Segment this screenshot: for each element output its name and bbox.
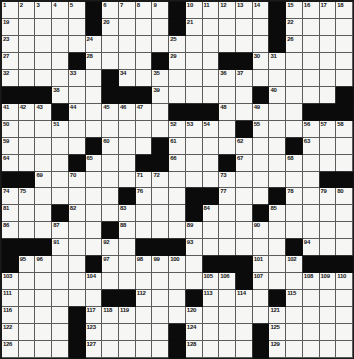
- cell[interactable]: [119, 36, 136, 53]
- cell[interactable]: [169, 290, 186, 307]
- cell[interactable]: [19, 138, 36, 155]
- cell[interactable]: [186, 172, 203, 189]
- cell[interactable]: 22: [286, 19, 303, 36]
- cell[interactable]: [86, 87, 103, 104]
- cell[interactable]: [136, 138, 153, 155]
- cell[interactable]: 25: [169, 36, 186, 53]
- cell[interactable]: [219, 19, 236, 36]
- cell[interactable]: [320, 239, 337, 256]
- cell[interactable]: [269, 104, 286, 121]
- cell[interactable]: 49: [253, 104, 270, 121]
- cell[interactable]: [286, 341, 303, 358]
- cell[interactable]: [35, 324, 52, 341]
- cell[interactable]: 77: [219, 188, 236, 205]
- cell[interactable]: [303, 307, 320, 324]
- cell[interactable]: 29: [169, 53, 186, 70]
- cell[interactable]: [320, 36, 337, 53]
- cell[interactable]: [186, 256, 203, 273]
- cell[interactable]: 129: [269, 341, 286, 358]
- cell[interactable]: [152, 341, 169, 358]
- cell[interactable]: 92: [102, 239, 119, 256]
- cell[interactable]: [19, 155, 36, 172]
- cell[interactable]: [303, 53, 320, 70]
- cell[interactable]: [35, 290, 52, 307]
- cell[interactable]: 85: [269, 205, 286, 222]
- cell[interactable]: 123: [86, 324, 103, 341]
- cell[interactable]: [203, 87, 220, 104]
- cell[interactable]: [320, 222, 337, 239]
- cell[interactable]: 91: [52, 239, 69, 256]
- cell[interactable]: 89: [186, 222, 203, 239]
- cell[interactable]: 112: [136, 290, 153, 307]
- cell[interactable]: 117: [86, 307, 103, 324]
- cell[interactable]: 107: [253, 273, 270, 290]
- cell[interactable]: 41: [2, 104, 19, 121]
- cell[interactable]: 58: [336, 121, 353, 138]
- cell[interactable]: [286, 205, 303, 222]
- cell[interactable]: [119, 138, 136, 155]
- cell[interactable]: [336, 324, 353, 341]
- cell[interactable]: [336, 138, 353, 155]
- cell[interactable]: [102, 53, 119, 70]
- cell[interactable]: 14: [253, 2, 270, 19]
- cell[interactable]: [52, 172, 69, 189]
- cell[interactable]: [203, 70, 220, 87]
- cell[interactable]: 57: [320, 121, 337, 138]
- cell[interactable]: 66: [169, 155, 186, 172]
- cell[interactable]: [119, 53, 136, 70]
- cell[interactable]: 40: [269, 87, 286, 104]
- cell[interactable]: 8: [136, 2, 153, 19]
- cell[interactable]: [219, 290, 236, 307]
- cell[interactable]: [52, 19, 69, 36]
- cell[interactable]: [203, 307, 220, 324]
- cell[interactable]: [320, 138, 337, 155]
- cell[interactable]: 35: [152, 70, 169, 87]
- cell[interactable]: [286, 87, 303, 104]
- cell[interactable]: 96: [35, 256, 52, 273]
- cell[interactable]: 52: [169, 121, 186, 138]
- cell[interactable]: [203, 155, 220, 172]
- cell[interactable]: 30: [253, 53, 270, 70]
- cell[interactable]: 18: [336, 2, 353, 19]
- cell[interactable]: 46: [119, 104, 136, 121]
- cell[interactable]: [186, 138, 203, 155]
- cell[interactable]: 105: [203, 273, 220, 290]
- cell[interactable]: 31: [269, 53, 286, 70]
- cell[interactable]: [102, 324, 119, 341]
- cell[interactable]: [19, 19, 36, 36]
- cell[interactable]: 65: [86, 155, 103, 172]
- cell[interactable]: 47: [136, 104, 153, 121]
- cell[interactable]: 90: [253, 222, 270, 239]
- cell[interactable]: [136, 324, 153, 341]
- cell[interactable]: [136, 70, 153, 87]
- cell[interactable]: [35, 273, 52, 290]
- cell[interactable]: [303, 222, 320, 239]
- cell[interactable]: 64: [2, 155, 19, 172]
- cell[interactable]: [152, 290, 169, 307]
- cell[interactable]: 127: [86, 341, 103, 358]
- cell[interactable]: [35, 70, 52, 87]
- cell[interactable]: 87: [52, 222, 69, 239]
- cell[interactable]: 126: [2, 341, 19, 358]
- cell[interactable]: 26: [286, 36, 303, 53]
- cell[interactable]: [203, 222, 220, 239]
- cell[interactable]: [286, 324, 303, 341]
- cell[interactable]: [136, 205, 153, 222]
- cell[interactable]: [186, 36, 203, 53]
- cell[interactable]: [219, 138, 236, 155]
- cell[interactable]: [19, 121, 36, 138]
- cell[interactable]: [269, 239, 286, 256]
- cell[interactable]: [69, 290, 86, 307]
- cell[interactable]: [152, 273, 169, 290]
- cell[interactable]: [253, 70, 270, 87]
- cell[interactable]: [52, 256, 69, 273]
- cell[interactable]: 1: [2, 2, 19, 19]
- cell[interactable]: [269, 155, 286, 172]
- cell[interactable]: [219, 121, 236, 138]
- cell[interactable]: [286, 53, 303, 70]
- cell[interactable]: 99: [152, 256, 169, 273]
- cell[interactable]: 28: [86, 53, 103, 70]
- cell[interactable]: [35, 307, 52, 324]
- cell[interactable]: [52, 290, 69, 307]
- cell[interactable]: 38: [52, 87, 69, 104]
- cell[interactable]: [236, 19, 253, 36]
- cell[interactable]: [253, 36, 270, 53]
- cell[interactable]: [86, 188, 103, 205]
- cell[interactable]: [35, 36, 52, 53]
- cell[interactable]: [52, 341, 69, 358]
- cell[interactable]: [269, 138, 286, 155]
- cell[interactable]: [19, 324, 36, 341]
- cell[interactable]: 54: [203, 121, 220, 138]
- cell[interactable]: 100: [169, 256, 186, 273]
- cell[interactable]: [303, 36, 320, 53]
- cell[interactable]: [69, 222, 86, 239]
- cell[interactable]: [336, 155, 353, 172]
- cell[interactable]: 76: [136, 188, 153, 205]
- cell[interactable]: [303, 205, 320, 222]
- cell[interactable]: 111: [2, 290, 19, 307]
- cell[interactable]: 98: [136, 256, 153, 273]
- cell[interactable]: 39: [152, 87, 169, 104]
- cell[interactable]: [203, 36, 220, 53]
- cell[interactable]: [169, 188, 186, 205]
- cell[interactable]: [69, 188, 86, 205]
- cell[interactable]: [19, 222, 36, 239]
- cell[interactable]: [102, 205, 119, 222]
- cell[interactable]: [69, 121, 86, 138]
- cell[interactable]: [303, 70, 320, 87]
- cell[interactable]: 42: [19, 104, 36, 121]
- cell[interactable]: 116: [2, 307, 19, 324]
- cell[interactable]: [320, 155, 337, 172]
- cell[interactable]: [320, 205, 337, 222]
- cell[interactable]: [286, 121, 303, 138]
- cell[interactable]: 68: [286, 155, 303, 172]
- cell[interactable]: 67: [236, 155, 253, 172]
- cell[interactable]: 119: [119, 307, 136, 324]
- cell[interactable]: [286, 273, 303, 290]
- cell[interactable]: 93: [186, 239, 203, 256]
- cell[interactable]: 27: [2, 53, 19, 70]
- cell[interactable]: 109: [320, 273, 337, 290]
- cell[interactable]: [286, 70, 303, 87]
- cell[interactable]: [69, 138, 86, 155]
- cell[interactable]: [186, 273, 203, 290]
- cell[interactable]: [320, 307, 337, 324]
- cell[interactable]: 33: [69, 70, 86, 87]
- cell[interactable]: [303, 87, 320, 104]
- cell[interactable]: [336, 307, 353, 324]
- cell[interactable]: [253, 307, 270, 324]
- cell[interactable]: [102, 36, 119, 53]
- cell[interactable]: 53: [186, 121, 203, 138]
- cell[interactable]: [52, 273, 69, 290]
- cell[interactable]: 81: [2, 205, 19, 222]
- cell[interactable]: 95: [19, 256, 36, 273]
- cell[interactable]: 19: [2, 19, 19, 36]
- cell[interactable]: [203, 172, 220, 189]
- cell[interactable]: [253, 19, 270, 36]
- cell[interactable]: 106: [219, 273, 236, 290]
- cell[interactable]: 124: [186, 324, 203, 341]
- cell[interactable]: [52, 138, 69, 155]
- cell[interactable]: [86, 205, 103, 222]
- cell[interactable]: 125: [269, 324, 286, 341]
- cell[interactable]: [336, 341, 353, 358]
- cell[interactable]: [152, 307, 169, 324]
- cell[interactable]: [186, 155, 203, 172]
- cell[interactable]: 78: [286, 188, 303, 205]
- cell[interactable]: [86, 104, 103, 121]
- cell[interactable]: [203, 239, 220, 256]
- cell[interactable]: 56: [303, 121, 320, 138]
- cell[interactable]: [219, 239, 236, 256]
- cell[interactable]: 2: [19, 2, 36, 19]
- cell[interactable]: [119, 239, 136, 256]
- cell[interactable]: [119, 172, 136, 189]
- cell[interactable]: [186, 53, 203, 70]
- cell[interactable]: [236, 188, 253, 205]
- cell[interactable]: 94: [303, 239, 320, 256]
- cell[interactable]: 17: [320, 2, 337, 19]
- cell[interactable]: [86, 222, 103, 239]
- cell[interactable]: [336, 239, 353, 256]
- cell[interactable]: 32: [2, 70, 19, 87]
- cell[interactable]: [69, 273, 86, 290]
- cell[interactable]: [169, 222, 186, 239]
- cell[interactable]: [35, 341, 52, 358]
- cell[interactable]: 80: [336, 188, 353, 205]
- cell[interactable]: [303, 155, 320, 172]
- cell[interactable]: 37: [236, 70, 253, 87]
- cell[interactable]: 60: [102, 138, 119, 155]
- cell[interactable]: 86: [2, 222, 19, 239]
- cell[interactable]: 97: [102, 256, 119, 273]
- cell[interactable]: [219, 205, 236, 222]
- cell[interactable]: [219, 341, 236, 358]
- cell[interactable]: [236, 172, 253, 189]
- cell[interactable]: 43: [35, 104, 52, 121]
- cell[interactable]: 3: [35, 2, 52, 19]
- cell[interactable]: [136, 121, 153, 138]
- cell[interactable]: [19, 205, 36, 222]
- cell[interactable]: [336, 205, 353, 222]
- cell[interactable]: [236, 341, 253, 358]
- cell[interactable]: [186, 70, 203, 87]
- cell[interactable]: [303, 172, 320, 189]
- cell[interactable]: [136, 19, 153, 36]
- cell[interactable]: [86, 239, 103, 256]
- cell[interactable]: [269, 70, 286, 87]
- cell[interactable]: [102, 341, 119, 358]
- cell[interactable]: 16: [303, 2, 320, 19]
- cell[interactable]: [269, 273, 286, 290]
- cell[interactable]: [102, 273, 119, 290]
- cell[interactable]: 20: [102, 19, 119, 36]
- cell[interactable]: [219, 222, 236, 239]
- cell[interactable]: [102, 121, 119, 138]
- cell[interactable]: [19, 307, 36, 324]
- cell[interactable]: [119, 19, 136, 36]
- cell[interactable]: [52, 324, 69, 341]
- cell[interactable]: [253, 138, 270, 155]
- cell[interactable]: 48: [219, 104, 236, 121]
- cell[interactable]: [102, 188, 119, 205]
- cell[interactable]: [286, 222, 303, 239]
- cell[interactable]: [253, 188, 270, 205]
- cell[interactable]: [320, 19, 337, 36]
- cell[interactable]: [152, 121, 169, 138]
- cell[interactable]: [35, 205, 52, 222]
- cell[interactable]: [203, 19, 220, 36]
- cell[interactable]: [219, 324, 236, 341]
- cell[interactable]: [69, 36, 86, 53]
- cell[interactable]: 73: [219, 172, 236, 189]
- cell[interactable]: [69, 87, 86, 104]
- cell[interactable]: 104: [86, 273, 103, 290]
- cell[interactable]: 113: [203, 290, 220, 307]
- cell[interactable]: [35, 19, 52, 36]
- cell[interactable]: [236, 239, 253, 256]
- cell[interactable]: [35, 53, 52, 70]
- cell[interactable]: [186, 87, 203, 104]
- cell[interactable]: [320, 290, 337, 307]
- cell[interactable]: 79: [320, 188, 337, 205]
- cell[interactable]: 61: [169, 138, 186, 155]
- cell[interactable]: 13: [236, 2, 253, 19]
- cell[interactable]: 5: [69, 2, 86, 19]
- cell[interactable]: [320, 70, 337, 87]
- cell[interactable]: [102, 155, 119, 172]
- cell[interactable]: 55: [253, 121, 270, 138]
- cell[interactable]: [236, 104, 253, 121]
- cell[interactable]: [269, 256, 286, 273]
- cell[interactable]: 45: [102, 104, 119, 121]
- cell[interactable]: [19, 53, 36, 70]
- cell[interactable]: [320, 87, 337, 104]
- cell[interactable]: 128: [186, 341, 203, 358]
- cell[interactable]: [35, 121, 52, 138]
- cell[interactable]: [253, 155, 270, 172]
- cell[interactable]: [236, 222, 253, 239]
- cell[interactable]: [286, 307, 303, 324]
- cell[interactable]: [253, 290, 270, 307]
- cell[interactable]: [119, 324, 136, 341]
- cell[interactable]: 36: [219, 70, 236, 87]
- cell[interactable]: [52, 307, 69, 324]
- cell[interactable]: [169, 70, 186, 87]
- cell[interactable]: 120: [186, 307, 203, 324]
- cell[interactable]: 12: [219, 2, 236, 19]
- cell[interactable]: [69, 19, 86, 36]
- cell[interactable]: [236, 324, 253, 341]
- cell[interactable]: [69, 239, 86, 256]
- cell[interactable]: [152, 104, 169, 121]
- cell[interactable]: [19, 273, 36, 290]
- cell[interactable]: [119, 256, 136, 273]
- cell[interactable]: [336, 222, 353, 239]
- cell[interactable]: [152, 188, 169, 205]
- cell[interactable]: 10: [186, 2, 203, 19]
- cell[interactable]: 118: [102, 307, 119, 324]
- cell[interactable]: [236, 36, 253, 53]
- cell[interactable]: 51: [52, 121, 69, 138]
- cell[interactable]: 74: [2, 188, 19, 205]
- cell[interactable]: 103: [2, 273, 19, 290]
- cell[interactable]: [303, 188, 320, 205]
- cell[interactable]: [286, 104, 303, 121]
- cell[interactable]: 50: [2, 121, 19, 138]
- cell[interactable]: [169, 87, 186, 104]
- cell[interactable]: [102, 172, 119, 189]
- cell[interactable]: [19, 341, 36, 358]
- cell[interactable]: [269, 222, 286, 239]
- cell[interactable]: [86, 121, 103, 138]
- cell[interactable]: [303, 290, 320, 307]
- cell[interactable]: 102: [286, 256, 303, 273]
- cell[interactable]: [119, 121, 136, 138]
- cell[interactable]: [236, 87, 253, 104]
- cell[interactable]: [119, 155, 136, 172]
- cell[interactable]: 9: [152, 2, 169, 19]
- cell[interactable]: [236, 205, 253, 222]
- cell[interactable]: [286, 172, 303, 189]
- cell[interactable]: 72: [152, 172, 169, 189]
- cell[interactable]: 59: [2, 138, 19, 155]
- cell[interactable]: [169, 205, 186, 222]
- cell[interactable]: [52, 36, 69, 53]
- cell[interactable]: [35, 188, 52, 205]
- cell[interactable]: [269, 172, 286, 189]
- cell[interactable]: 75: [19, 188, 36, 205]
- cell[interactable]: [152, 222, 169, 239]
- cell[interactable]: [253, 172, 270, 189]
- cell[interactable]: [119, 341, 136, 358]
- cell[interactable]: [219, 36, 236, 53]
- cell[interactable]: [320, 53, 337, 70]
- cell[interactable]: [169, 307, 186, 324]
- cell[interactable]: 70: [69, 172, 86, 189]
- cell[interactable]: 108: [303, 273, 320, 290]
- cell[interactable]: [69, 256, 86, 273]
- cell[interactable]: [86, 290, 103, 307]
- cell[interactable]: [320, 341, 337, 358]
